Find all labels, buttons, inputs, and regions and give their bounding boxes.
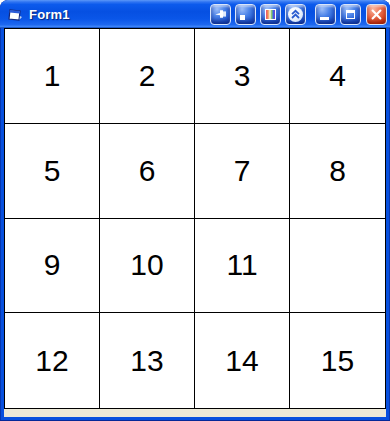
form-window-icon xyxy=(7,7,23,23)
double-chevron-up-icon xyxy=(288,7,303,22)
close-x-icon xyxy=(371,9,382,20)
form-window: Form1 xyxy=(0,0,390,421)
form-client-area: 1 2 3 4 5 6 7 8 9 10 11 12 13 14 15 xyxy=(4,28,386,417)
tile-r1c4[interactable]: 4 xyxy=(290,29,385,124)
titlebar: Form1 xyxy=(0,0,390,28)
pushpin-icon xyxy=(214,7,228,21)
minimize-to-tray-button[interactable] xyxy=(235,4,256,25)
color-palette-icon xyxy=(265,9,276,20)
puzzle-board: 1 2 3 4 5 6 7 8 9 10 11 12 13 14 15 xyxy=(4,28,386,409)
tile-r2c3[interactable]: 7 xyxy=(195,124,290,219)
transparency-button[interactable] xyxy=(260,4,281,25)
maximize-button[interactable] xyxy=(340,4,361,25)
minimize-button[interactable] xyxy=(315,4,336,25)
tile-r4c1[interactable]: 12 xyxy=(5,313,100,408)
tile-r4c4[interactable]: 15 xyxy=(290,313,385,408)
roll-up-button[interactable] xyxy=(285,4,306,25)
tile-r3c1[interactable]: 9 xyxy=(5,219,100,314)
tile-r1c1[interactable]: 1 xyxy=(5,29,100,124)
tile-r3c4-empty[interactable] xyxy=(290,219,385,314)
close-button[interactable] xyxy=(366,4,387,25)
tile-r3c3[interactable]: 11 xyxy=(195,219,290,314)
tile-r1c3[interactable]: 3 xyxy=(195,29,290,124)
tray-dot-icon xyxy=(240,15,245,20)
tile-r1c2[interactable]: 2 xyxy=(100,29,195,124)
tile-r2c1[interactable]: 5 xyxy=(5,124,100,219)
tile-r4c2[interactable]: 13 xyxy=(100,313,195,408)
tile-r4c3[interactable]: 14 xyxy=(195,313,290,408)
titlebar-buttons xyxy=(210,4,387,25)
tile-r2c2[interactable]: 6 xyxy=(100,124,195,219)
tile-r3c2[interactable]: 10 xyxy=(100,219,195,314)
window-title: Form1 xyxy=(29,7,70,22)
tile-r2c4[interactable]: 8 xyxy=(290,124,385,219)
minimize-icon xyxy=(320,17,329,20)
pin-button[interactable] xyxy=(210,4,231,25)
maximize-icon xyxy=(346,10,355,19)
